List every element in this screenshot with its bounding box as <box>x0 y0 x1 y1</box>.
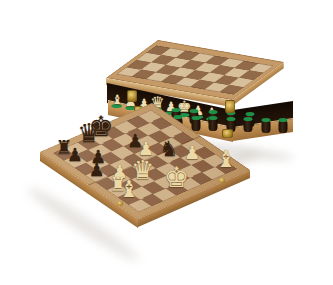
piece-dark-p: ♟ <box>88 161 104 179</box>
piece-light-k: ♚ <box>164 164 189 192</box>
brass-hinge-icon <box>219 178 225 183</box>
stored-dark-piece <box>244 119 253 132</box>
piece-dark-q: ♛ <box>77 120 100 146</box>
brass-clasp-icon <box>225 100 235 113</box>
product-photo: ♝♟♟♛♟♚♟♝ ♜♛♚♟♟♟♟♞♟♟♛♟♜♝♚♝ <box>0 0 333 285</box>
brass-latch-icon <box>222 129 233 138</box>
stored-dark-piece <box>261 120 270 133</box>
piece-dark-n: ♞ <box>159 139 178 160</box>
stored-dark-piece <box>209 118 218 131</box>
stored-dark-piece <box>191 118 200 131</box>
stored-white-piece: ♝ <box>111 93 123 108</box>
brass-clasp-icon <box>127 90 137 102</box>
piece-light-b: ♝ <box>119 178 140 201</box>
stored-dark-piece <box>279 120 288 133</box>
piece-light-p: ♟ <box>184 144 200 162</box>
piece-dark-p: ♟ <box>67 146 83 164</box>
piece-light-b: ♝ <box>216 148 237 171</box>
